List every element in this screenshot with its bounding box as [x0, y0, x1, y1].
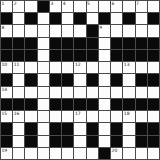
- black-cell-r12c1: [1, 136, 12, 147]
- cell-r7c11[interactable]: [123, 74, 134, 85]
- cell-r6c3[interactable]: [25, 62, 36, 73]
- black-cell-r11c3: [25, 123, 36, 134]
- black-cell-r9c13: [148, 99, 159, 110]
- cell-r5c9[interactable]: [99, 50, 110, 61]
- cell-r6c8[interactable]: [87, 62, 98, 73]
- cell-r3c1[interactable]: 8: [1, 25, 12, 36]
- black-cell-r12c13: [148, 136, 159, 147]
- black-cell-r4c5: [50, 38, 61, 49]
- black-cell-r5c2: [13, 50, 24, 61]
- cell-r2c10[interactable]: [111, 13, 122, 24]
- cell-r7c7[interactable]: [74, 74, 85, 85]
- black-cell-r9c11: [123, 99, 134, 110]
- cell-r13c7[interactable]: [74, 148, 85, 159]
- clue-number-2: 2: [14, 1, 17, 6]
- clue-number-17: 17: [75, 111, 81, 116]
- clue-number-12: 12: [75, 62, 81, 67]
- cell-r6c2[interactable]: 11: [13, 62, 24, 73]
- black-cell-r11c1: [1, 123, 12, 134]
- black-cell-r4c11: [123, 38, 134, 49]
- cell-r11c9[interactable]: [99, 123, 110, 134]
- black-cell-r9c1: [1, 99, 12, 110]
- cell-r13c11[interactable]: [123, 148, 134, 159]
- clue-number-18: 18: [124, 111, 130, 116]
- clue-number-19: 19: [2, 148, 8, 153]
- cell-r6c7[interactable]: 12: [74, 62, 85, 73]
- cell-r3c11[interactable]: [123, 25, 134, 36]
- cell-r10c1[interactable]: 15: [1, 111, 12, 122]
- clue-number-20: 20: [112, 148, 118, 153]
- black-cell-r1c4: [38, 1, 49, 12]
- black-cell-r5c12: [136, 50, 147, 61]
- cell-r5c4[interactable]: [38, 50, 49, 61]
- black-cell-r12c5: [50, 136, 61, 147]
- cell-r12c9[interactable]: [99, 136, 110, 147]
- black-cell-r9c12: [136, 99, 147, 110]
- black-cell-r7c6: [62, 74, 73, 85]
- cell-r3c6[interactable]: [62, 25, 73, 36]
- black-cell-r5c8: [87, 50, 98, 61]
- cell-r8c1[interactable]: 14: [1, 87, 12, 98]
- cell-r11c2[interactable]: [13, 123, 24, 134]
- cell-r10c3[interactable]: [25, 111, 36, 122]
- black-cell-r4c3: [25, 38, 36, 49]
- black-cell-r5c6: [62, 50, 73, 61]
- clue-number-4: 4: [63, 1, 66, 6]
- cell-r8c6[interactable]: [62, 87, 73, 98]
- black-cell-r5c5: [50, 50, 61, 61]
- black-cell-r12c8: [87, 136, 98, 147]
- clue-number-11: 11: [14, 62, 20, 67]
- black-cell-r9c10: [111, 99, 122, 110]
- cell-r8c5[interactable]: [50, 87, 61, 98]
- cell-r13c6[interactable]: [62, 148, 73, 159]
- clue-number-9: 9: [99, 25, 102, 30]
- cell-r2c2[interactable]: [13, 13, 24, 24]
- cell-r6c5[interactable]: [50, 62, 61, 73]
- cell-r10c9[interactable]: [99, 111, 110, 122]
- cell-r7c4[interactable]: [38, 74, 49, 85]
- cell-r7c9[interactable]: [99, 74, 110, 85]
- cell-r3c5[interactable]: [50, 25, 61, 36]
- cell-r3c13[interactable]: [148, 25, 159, 36]
- cell-r12c4[interactable]: [38, 136, 49, 147]
- cell-r1c6[interactable]: 4: [62, 1, 73, 12]
- cell-r6c13[interactable]: [148, 62, 159, 73]
- cell-r10c12[interactable]: [136, 111, 147, 122]
- black-cell-r4c1: [1, 38, 12, 49]
- cell-r13c1[interactable]: 19: [1, 148, 12, 159]
- cell-r8c13[interactable]: [148, 87, 159, 98]
- cell-r11c4[interactable]: [38, 123, 49, 134]
- cell-r2c6[interactable]: [62, 13, 73, 24]
- black-cell-r4c10: [111, 38, 122, 49]
- black-cell-r9c5: [50, 99, 61, 110]
- cell-r1c8[interactable]: 5: [87, 1, 98, 12]
- black-cell-r11c6: [62, 123, 73, 134]
- black-cell-r4c7: [74, 38, 85, 49]
- cell-r1c2[interactable]: 2: [13, 1, 24, 12]
- cell-r2c12[interactable]: [136, 13, 147, 24]
- cell-r10c10[interactable]: [111, 111, 122, 122]
- black-cell-r4c8: [87, 38, 98, 49]
- cell-r10c4[interactable]: [38, 111, 49, 122]
- cell-r10c5[interactable]: [50, 111, 61, 122]
- cell-r13c4[interactable]: [38, 148, 49, 159]
- black-cell-r7c10: [111, 74, 122, 85]
- cell-r8c3[interactable]: [25, 87, 36, 98]
- black-cell-r2c5: [50, 13, 61, 24]
- cell-r1c11[interactable]: [123, 1, 134, 12]
- cell-r6c4[interactable]: [38, 62, 49, 73]
- black-cell-r2c11: [123, 13, 134, 24]
- black-cell-r9c6: [62, 99, 73, 110]
- black-cell-r2c3: [25, 13, 36, 24]
- cell-r12c11[interactable]: [123, 136, 134, 147]
- clue-number-8: 8: [2, 25, 5, 30]
- black-cell-r9c7: [74, 99, 85, 110]
- clue-number-3: 3: [50, 1, 53, 6]
- black-cell-r11c10: [111, 123, 122, 134]
- clue-number-1: 1: [2, 1, 5, 6]
- black-cell-r2c1: [1, 13, 12, 24]
- cell-r13c3[interactable]: [25, 148, 36, 159]
- black-cell-r4c6: [62, 38, 73, 49]
- black-cell-r12c12: [136, 136, 147, 147]
- cell-r1c5[interactable]: 3: [50, 1, 61, 12]
- cell-r9c4[interactable]: [38, 99, 49, 110]
- black-cell-r5c3: [25, 50, 36, 61]
- cell-r13c8[interactable]: [87, 148, 98, 159]
- black-cell-r5c1: [1, 50, 12, 61]
- black-cell-r11c12: [136, 123, 147, 134]
- cell-r8c7[interactable]: [74, 87, 85, 98]
- black-cell-r12c10: [111, 136, 122, 147]
- cell-r3c3[interactable]: [25, 25, 36, 36]
- black-cell-r13c9: [99, 148, 110, 159]
- clue-number-10: 10: [2, 62, 8, 67]
- black-cell-r7c13: [148, 74, 159, 85]
- clue-number-13: 13: [124, 62, 130, 67]
- black-cell-r9c8: [87, 99, 98, 110]
- cell-r8c8[interactable]: [87, 87, 98, 98]
- cell-r13c2[interactable]: [13, 148, 24, 159]
- cell-r8c9[interactable]: [99, 87, 110, 98]
- cell-r3c4[interactable]: [38, 25, 49, 36]
- clue-number-5: 5: [87, 1, 90, 6]
- cell-r3c12[interactable]: [136, 25, 147, 36]
- cell-r1c1[interactable]: 1: [1, 1, 12, 12]
- cell-r13c5[interactable]: [50, 148, 61, 159]
- black-cell-r7c12: [136, 74, 147, 85]
- clue-number-16: 16: [14, 111, 20, 116]
- cell-r8c4[interactable]: [38, 87, 49, 98]
- cell-r10c6[interactable]: [62, 111, 73, 122]
- black-cell-r9c2: [13, 99, 24, 110]
- cell-r11c7[interactable]: [74, 123, 85, 134]
- cell-r8c12[interactable]: [136, 87, 147, 98]
- cell-r10c7[interactable]: 17: [74, 111, 85, 122]
- cell-r2c8[interactable]: [87, 13, 98, 24]
- clue-number-14: 14: [2, 87, 8, 92]
- black-cell-r7c5: [50, 74, 61, 85]
- black-cell-r12c6: [62, 136, 73, 147]
- black-cell-r11c13: [148, 123, 159, 134]
- black-cell-r7c8: [87, 74, 98, 85]
- cell-r1c7[interactable]: [74, 1, 85, 12]
- black-cell-r5c7: [74, 50, 85, 61]
- black-cell-r11c5: [50, 123, 61, 134]
- black-cell-r4c13: [148, 38, 159, 49]
- cell-r8c11[interactable]: [123, 87, 134, 98]
- cell-r12c2[interactable]: [13, 136, 24, 147]
- black-cell-r2c7: [74, 13, 85, 24]
- cell-r1c9[interactable]: [99, 1, 110, 12]
- cell-r1c3[interactable]: [25, 1, 36, 12]
- cell-r6c6[interactable]: [62, 62, 73, 73]
- cell-r10c2[interactable]: 16: [13, 111, 24, 122]
- black-cell-r9c3: [25, 99, 36, 110]
- clue-number-7: 7: [136, 1, 139, 6]
- cell-r10c13[interactable]: [148, 111, 159, 122]
- black-cell-r12c3: [25, 136, 36, 147]
- cell-r4c9[interactable]: [99, 38, 110, 49]
- cell-r12c7[interactable]: [74, 136, 85, 147]
- cell-r1c12[interactable]: 7: [136, 1, 147, 12]
- clue-number-15: 15: [2, 111, 8, 116]
- clue-number-6: 6: [112, 1, 115, 6]
- black-cell-r3c8: [87, 25, 98, 36]
- black-cell-r4c12: [136, 38, 147, 49]
- cell-r8c2[interactable]: [13, 87, 24, 98]
- black-cell-r7c3: [25, 74, 36, 85]
- cell-r10c11[interactable]: 18: [123, 111, 134, 122]
- cell-r4c4[interactable]: [38, 38, 49, 49]
- crossword-grid: 1234567891011121314151617181920: [0, 0, 160, 160]
- black-cell-r2c9: [99, 13, 110, 24]
- cell-r6c11[interactable]: 13: [123, 62, 134, 73]
- cell-r3c9[interactable]: 9: [99, 25, 110, 36]
- cell-r1c10[interactable]: 6: [111, 1, 122, 12]
- cell-r8c10[interactable]: [111, 87, 122, 98]
- black-cell-r4c2: [13, 38, 24, 49]
- black-cell-r5c11: [123, 50, 134, 61]
- cell-r13c13[interactable]: [148, 148, 159, 159]
- cell-r11c11[interactable]: [123, 123, 134, 134]
- cell-r3c2[interactable]: [13, 25, 24, 36]
- black-cell-r2c13: [148, 13, 159, 24]
- cell-r1c13[interactable]: [148, 1, 159, 12]
- cell-r9c9[interactable]: [99, 99, 110, 110]
- cell-r13c10[interactable]: 20: [111, 148, 122, 159]
- cell-r7c2[interactable]: [13, 74, 24, 85]
- black-cell-r5c10: [111, 50, 122, 61]
- cell-r10c8[interactable]: [87, 111, 98, 122]
- cell-r6c12[interactable]: [136, 62, 147, 73]
- black-cell-r5c13: [148, 50, 159, 61]
- cell-r6c1[interactable]: 10: [1, 62, 12, 73]
- cell-r2c4[interactable]: [38, 13, 49, 24]
- cell-r6c9[interactable]: [99, 62, 110, 73]
- cell-r13c12[interactable]: [136, 148, 147, 159]
- cell-r3c7[interactable]: [74, 25, 85, 36]
- black-cell-r11c8: [87, 123, 98, 134]
- cell-r6c10[interactable]: [111, 62, 122, 73]
- black-cell-r7c1: [1, 74, 12, 85]
- cell-r3c10[interactable]: [111, 25, 122, 36]
